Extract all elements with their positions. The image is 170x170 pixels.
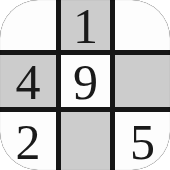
cell-r2c2[interactable]: 5 xyxy=(115,112,170,170)
cell-r0c2[interactable] xyxy=(115,0,170,50)
sudoku-grid: 1 4 9 2 5 xyxy=(0,0,170,170)
cell-r1c2[interactable] xyxy=(115,55,170,107)
cell-r0c1[interactable]: 1 xyxy=(61,0,110,50)
cell-r2c0[interactable]: 2 xyxy=(0,112,56,170)
cell-r1c1[interactable]: 9 xyxy=(61,55,110,107)
cell-r1c0[interactable]: 4 xyxy=(0,55,56,107)
cell-r2c1[interactable] xyxy=(61,112,110,170)
cell-r0c0[interactable] xyxy=(0,0,56,50)
sudoku-app-icon: 1 4 9 2 5 xyxy=(0,0,170,170)
